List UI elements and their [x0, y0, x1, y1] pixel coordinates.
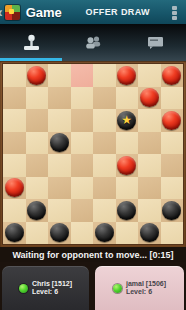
square-r4c6[interactable] — [138, 154, 161, 177]
square-r5c4[interactable] — [93, 177, 116, 200]
square-r4c0[interactable] — [3, 154, 26, 177]
red-piece[interactable] — [117, 66, 136, 85]
square-r3c0[interactable] — [3, 132, 26, 155]
square-r1c6[interactable] — [138, 87, 161, 110]
square-r5c1[interactable] — [26, 177, 49, 200]
board-grid: ★ — [3, 64, 183, 244]
square-r1c1[interactable] — [26, 87, 49, 110]
square-r5c3[interactable] — [71, 177, 94, 200]
square-r0c1[interactable] — [26, 64, 49, 87]
black-piece[interactable] — [5, 223, 24, 242]
square-r6c7[interactable] — [161, 199, 184, 222]
square-r6c6[interactable] — [138, 199, 161, 222]
black-piece[interactable] — [50, 223, 69, 242]
back-chevron-icon[interactable]: ‹ — [0, 5, 3, 19]
tab-bar — [0, 24, 186, 62]
tab-chat[interactable] — [124, 24, 186, 61]
square-r5c6[interactable] — [138, 177, 161, 200]
overflow-menu-icon[interactable] — [170, 4, 178, 21]
square-r5c7[interactable] — [161, 177, 184, 200]
red-piece[interactable] — [117, 156, 136, 175]
player-name: Chris [1512] — [32, 280, 72, 289]
square-r1c7[interactable] — [161, 87, 184, 110]
app-screen: ‹ Game OFFER DRAW — [0, 0, 186, 310]
square-r7c2[interactable] — [48, 222, 71, 245]
square-r3c4[interactable] — [93, 132, 116, 155]
red-piece[interactable] — [162, 66, 181, 85]
square-r7c7[interactable] — [161, 222, 184, 245]
red-piece[interactable] — [140, 88, 159, 107]
square-r7c6[interactable] — [138, 222, 161, 245]
square-r2c4[interactable] — [93, 109, 116, 132]
action-bar: ‹ Game OFFER DRAW — [0, 0, 186, 25]
square-r4c1[interactable] — [26, 154, 49, 177]
square-r1c4[interactable] — [93, 87, 116, 110]
square-r0c7[interactable] — [161, 64, 184, 87]
square-r4c5[interactable] — [116, 154, 139, 177]
square-r2c7[interactable] — [161, 109, 184, 132]
square-r7c4[interactable] — [93, 222, 116, 245]
black-piece[interactable] — [117, 201, 136, 220]
square-r6c3[interactable] — [71, 199, 94, 222]
square-r1c0[interactable] — [3, 87, 26, 110]
status-text: Waiting for opponent to move... [0:15] — [12, 250, 173, 260]
square-r2c6[interactable] — [138, 109, 161, 132]
square-r3c2[interactable] — [48, 132, 71, 155]
king-star-icon: ★ — [117, 111, 136, 130]
square-r4c7[interactable] — [161, 154, 184, 177]
square-r6c2[interactable] — [48, 199, 71, 222]
square-r2c1[interactable] — [26, 109, 49, 132]
square-r1c2[interactable] — [48, 87, 71, 110]
square-r7c0[interactable] — [3, 222, 26, 245]
player-card-jamal[interactable]: jamal [1506] Level: 6 — [95, 266, 184, 310]
players-panel: Chris [1512] Level: 6 jamal [1506] Level… — [0, 262, 186, 310]
square-r0c4[interactable] — [93, 64, 116, 87]
online-dot-icon — [19, 284, 28, 293]
square-r3c5[interactable] — [116, 132, 139, 155]
red-piece[interactable] — [27, 66, 46, 85]
square-r0c2[interactable] — [48, 64, 71, 87]
black-piece[interactable] — [140, 223, 159, 242]
player-level: Level: 6 — [126, 288, 166, 297]
square-r5c5[interactable] — [116, 177, 139, 200]
square-r4c3[interactable] — [71, 154, 94, 177]
online-dot-icon — [113, 284, 122, 293]
player-level: Level: 6 — [32, 288, 72, 297]
red-piece[interactable] — [162, 111, 181, 130]
player-name: jamal [1506] — [126, 280, 166, 289]
tab-game[interactable] — [0, 24, 62, 61]
square-r3c6[interactable] — [138, 132, 161, 155]
square-r3c3[interactable] — [71, 132, 94, 155]
square-r6c4[interactable] — [93, 199, 116, 222]
square-r0c3[interactable] — [71, 64, 94, 87]
chat-icon — [147, 36, 164, 49]
player-card-chris[interactable]: Chris [1512] Level: 6 — [2, 266, 89, 310]
square-r3c1[interactable] — [26, 132, 49, 155]
square-r2c0[interactable] — [3, 109, 26, 132]
black-piece[interactable] — [50, 133, 69, 152]
square-r1c5[interactable] — [116, 87, 139, 110]
square-r7c5[interactable] — [116, 222, 139, 245]
square-r7c1[interactable] — [26, 222, 49, 245]
status-bar: Waiting for opponent to move... [0:15] — [0, 247, 186, 262]
square-r0c6[interactable] — [138, 64, 161, 87]
square-r7c3[interactable] — [71, 222, 94, 245]
square-r1c3[interactable] — [71, 87, 94, 110]
square-r3c7[interactable] — [161, 132, 184, 155]
red-piece[interactable] — [5, 178, 24, 197]
joystick-icon — [22, 34, 41, 51]
square-r6c1[interactable] — [26, 199, 49, 222]
checkers-board: ★ — [0, 61, 186, 247]
square-r5c2[interactable] — [48, 177, 71, 200]
page-title: Game — [26, 5, 62, 20]
tab-players[interactable] — [62, 24, 124, 61]
people-icon — [84, 35, 103, 50]
square-r2c5[interactable]: ★ — [116, 109, 139, 132]
square-r5c0[interactable] — [3, 177, 26, 200]
square-r0c5[interactable] — [116, 64, 139, 87]
black-piece[interactable] — [162, 201, 181, 220]
square-r6c0[interactable] — [3, 199, 26, 222]
black-king-piece[interactable]: ★ — [117, 111, 136, 130]
square-r0c0[interactable] — [3, 64, 26, 87]
square-r4c2[interactable] — [48, 154, 71, 177]
square-r4c4[interactable] — [93, 154, 116, 177]
black-piece[interactable] — [27, 201, 46, 220]
app-logo-icon[interactable] — [5, 5, 20, 20]
square-r6c5[interactable] — [116, 199, 139, 222]
black-piece[interactable] — [95, 223, 114, 242]
square-r2c2[interactable] — [48, 109, 71, 132]
offer-draw-button[interactable]: OFFER DRAW — [82, 0, 155, 24]
square-r2c3[interactable] — [71, 109, 94, 132]
